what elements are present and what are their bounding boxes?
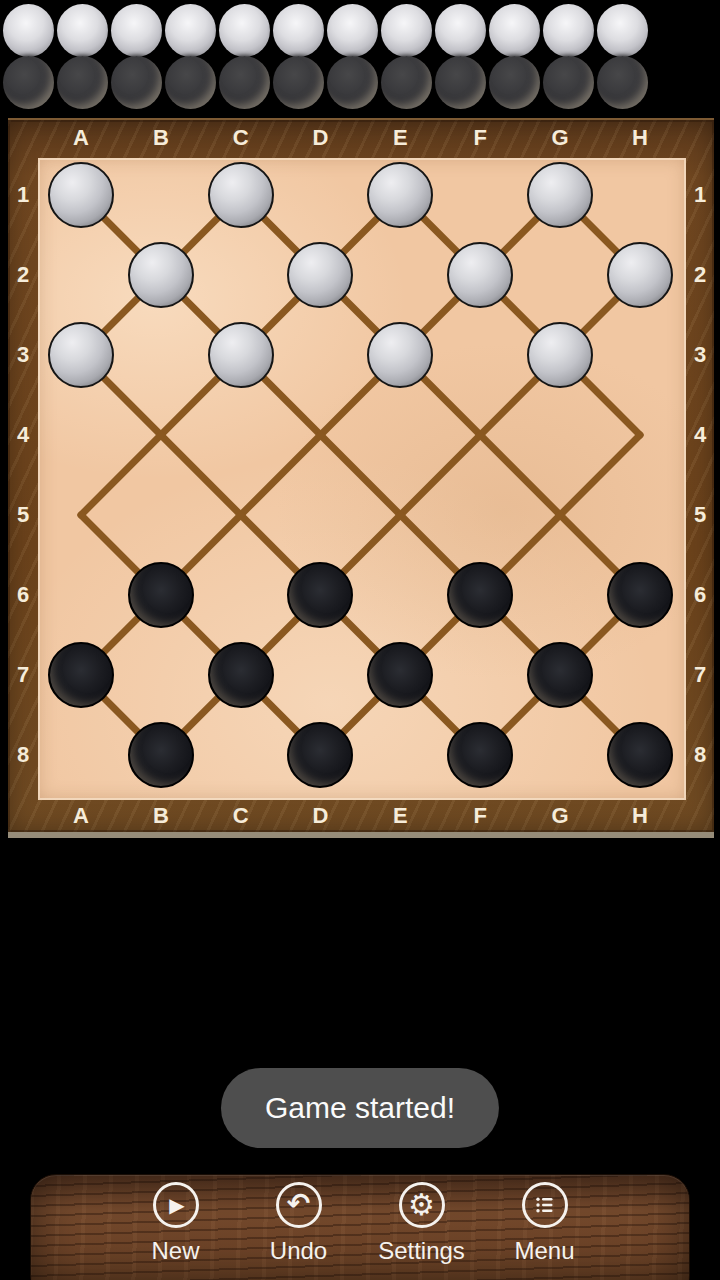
tray-black-piece: [327, 56, 378, 109]
square-a3[interactable]: [41, 315, 121, 395]
square-f4[interactable]: [440, 395, 520, 475]
tray-white-piece: [435, 4, 486, 57]
square-a7[interactable]: [41, 635, 121, 715]
white-piece[interactable]: [128, 242, 194, 308]
top-column-labels: ABCDEFGH: [38, 120, 686, 156]
toolbar: ▶ New ↶ Undo ⚙ Settings Menu: [30, 1174, 690, 1280]
square-a1[interactable]: [41, 155, 121, 235]
tray-row-white: [0, 4, 720, 58]
row-label: 5: [8, 496, 38, 534]
square-g6: [520, 555, 600, 635]
settings-button[interactable]: ⚙ Settings: [360, 1182, 483, 1265]
square-b1: [121, 155, 201, 235]
row-label: 4: [686, 416, 714, 454]
board-grid: [41, 155, 681, 795]
square-d4[interactable]: [281, 395, 361, 475]
black-piece[interactable]: [287, 722, 353, 788]
black-piece[interactable]: [607, 562, 673, 628]
tray-white-piece: [219, 4, 270, 57]
square-h5: [600, 475, 680, 555]
square-f1: [440, 155, 520, 235]
square-a2: [41, 235, 121, 315]
menu-button-label: Menu: [514, 1237, 574, 1265]
square-e1[interactable]: [360, 155, 440, 235]
square-f5: [440, 475, 520, 555]
square-h6[interactable]: [600, 555, 680, 635]
white-piece[interactable]: [208, 322, 274, 388]
list-icon: [522, 1182, 568, 1228]
square-g8: [520, 715, 600, 795]
column-label: C: [221, 800, 261, 832]
square-c5[interactable]: [201, 475, 281, 555]
tray-white-piece: [165, 4, 216, 57]
tray-white-piece: [597, 4, 648, 57]
tray-white-piece: [381, 4, 432, 57]
black-piece[interactable]: [128, 722, 194, 788]
undo-icon: ↶: [276, 1182, 322, 1228]
tray-black-piece: [219, 56, 270, 109]
row-label: 6: [8, 576, 38, 614]
square-h3: [600, 315, 680, 395]
black-piece[interactable]: [287, 562, 353, 628]
square-e7[interactable]: [360, 635, 440, 715]
square-g2: [520, 235, 600, 315]
tray-black-piece: [111, 56, 162, 109]
gear-icon: ⚙: [399, 1182, 445, 1228]
square-a8: [41, 715, 121, 795]
square-d5: [281, 475, 361, 555]
tray-black-piece: [381, 56, 432, 109]
column-label: F: [460, 800, 500, 832]
square-g1[interactable]: [520, 155, 600, 235]
toast-message: Game started!: [221, 1068, 499, 1148]
square-b7: [121, 635, 201, 715]
square-d8[interactable]: [281, 715, 361, 795]
play-icon: ▶: [153, 1182, 199, 1228]
column-label: F: [460, 120, 500, 156]
bottom-column-labels: ABCDEFGH: [38, 800, 686, 832]
square-g3[interactable]: [520, 315, 600, 395]
row-label: 3: [686, 336, 714, 374]
row-label: 2: [686, 256, 714, 294]
column-label: A: [61, 120, 101, 156]
column-label: C: [221, 120, 261, 156]
tray-black-piece: [273, 56, 324, 109]
white-piece[interactable]: [287, 242, 353, 308]
black-piece[interactable]: [527, 642, 593, 708]
square-h7: [600, 635, 680, 715]
square-c3[interactable]: [201, 315, 281, 395]
square-h1: [600, 155, 680, 235]
row-label: 8: [686, 736, 714, 774]
black-piece[interactable]: [447, 722, 513, 788]
tray-white-piece: [3, 4, 54, 57]
right-row-labels: 12345678: [686, 158, 714, 800]
square-c6: [201, 555, 281, 635]
square-g7[interactable]: [520, 635, 600, 715]
square-a6: [41, 555, 121, 635]
square-b5: [121, 475, 201, 555]
game-board: ABCDEFGH ABCDEFGH 12345678 12345678: [8, 118, 714, 838]
square-g5[interactable]: [520, 475, 600, 555]
row-label: 3: [8, 336, 38, 374]
tray-black-piece: [489, 56, 540, 109]
square-h8[interactable]: [600, 715, 680, 795]
white-piece[interactable]: [527, 322, 593, 388]
tray-black-piece: [597, 56, 648, 109]
square-c4: [201, 395, 281, 475]
row-label: 8: [8, 736, 38, 774]
square-b3: [121, 315, 201, 395]
column-label: A: [61, 800, 101, 832]
square-b6[interactable]: [121, 555, 201, 635]
row-label: 2: [8, 256, 38, 294]
row-label: 5: [686, 496, 714, 534]
column-label: G: [540, 800, 580, 832]
menu-button[interactable]: Menu: [483, 1182, 606, 1265]
square-d7: [281, 635, 361, 715]
tray-black-piece: [543, 56, 594, 109]
square-e2: [360, 235, 440, 315]
square-h4[interactable]: [600, 395, 680, 475]
square-a4: [41, 395, 121, 475]
square-c2: [201, 235, 281, 315]
tray-white-piece: [489, 4, 540, 57]
square-e8: [360, 715, 440, 795]
tray-white-piece: [273, 4, 324, 57]
row-label: 4: [8, 416, 38, 454]
board-field: [38, 158, 686, 800]
tray-black-piece: [3, 56, 54, 109]
square-d2[interactable]: [281, 235, 361, 315]
square-d3: [281, 315, 361, 395]
square-c1[interactable]: [201, 155, 281, 235]
undo-button-label: Undo: [270, 1237, 327, 1265]
tray-white-piece: [57, 4, 108, 57]
square-a5[interactable]: [41, 475, 121, 555]
row-label: 1: [8, 176, 38, 214]
black-piece[interactable]: [367, 642, 433, 708]
black-piece[interactable]: [208, 642, 274, 708]
column-label: H: [620, 800, 660, 832]
square-f2[interactable]: [440, 235, 520, 315]
tray-black-piece: [435, 56, 486, 109]
square-c7[interactable]: [201, 635, 281, 715]
row-label: 6: [686, 576, 714, 614]
piece-tray: [0, 0, 720, 112]
white-piece[interactable]: [48, 322, 114, 388]
square-h2[interactable]: [600, 235, 680, 315]
square-b4[interactable]: [121, 395, 201, 475]
square-f8[interactable]: [440, 715, 520, 795]
new-button-label: New: [151, 1237, 199, 1265]
square-c8: [201, 715, 281, 795]
tray-white-piece: [111, 4, 162, 57]
row-label: 7: [8, 656, 38, 694]
white-piece[interactable]: [607, 242, 673, 308]
square-b8[interactable]: [121, 715, 201, 795]
white-piece[interactable]: [447, 242, 513, 308]
undo-button[interactable]: ↶ Undo: [237, 1182, 360, 1265]
square-e5[interactable]: [360, 475, 440, 555]
column-label: E: [380, 120, 420, 156]
square-f3: [440, 315, 520, 395]
column-label: E: [380, 800, 420, 832]
square-f7: [440, 635, 520, 715]
tray-row-black: [0, 56, 720, 110]
black-piece[interactable]: [607, 722, 673, 788]
black-piece[interactable]: [447, 562, 513, 628]
square-d6[interactable]: [281, 555, 361, 635]
column-label: D: [301, 120, 341, 156]
white-piece[interactable]: [367, 162, 433, 228]
white-piece[interactable]: [208, 162, 274, 228]
tray-white-piece: [327, 4, 378, 57]
square-f6[interactable]: [440, 555, 520, 635]
tray-black-piece: [57, 56, 108, 109]
row-label: 1: [686, 176, 714, 214]
column-label: D: [301, 800, 341, 832]
settings-button-label: Settings: [378, 1237, 465, 1265]
tray-black-piece: [165, 56, 216, 109]
square-e6: [360, 555, 440, 635]
column-label: H: [620, 120, 660, 156]
black-piece[interactable]: [128, 562, 194, 628]
white-piece[interactable]: [527, 162, 593, 228]
column-label: G: [540, 120, 580, 156]
black-piece[interactable]: [48, 642, 114, 708]
left-row-labels: 12345678: [8, 158, 38, 800]
column-label: B: [141, 800, 181, 832]
white-piece[interactable]: [367, 322, 433, 388]
square-e3[interactable]: [360, 315, 440, 395]
square-d1: [281, 155, 361, 235]
column-label: B: [141, 120, 181, 156]
tray-white-piece: [543, 4, 594, 57]
square-g4: [520, 395, 600, 475]
screen: ABCDEFGH ABCDEFGH 12345678 12345678 Game…: [0, 0, 720, 1280]
row-label: 7: [686, 656, 714, 694]
square-b2[interactable]: [121, 235, 201, 315]
white-piece[interactable]: [48, 162, 114, 228]
new-button[interactable]: ▶ New: [114, 1182, 237, 1265]
square-e4: [360, 395, 440, 475]
